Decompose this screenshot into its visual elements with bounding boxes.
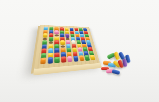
peg-top: [60, 31, 63, 32]
peg-top: [50, 27, 53, 28]
peg-top: [49, 44, 53, 46]
peg-top: [61, 52, 65, 54]
cell-r9c2: [47, 57, 54, 62]
peg-top: [44, 33, 48, 34]
peg-top: [79, 56, 83, 58]
peg-top: [70, 28, 73, 29]
peg-top: [87, 40, 90, 41]
peg-top: [77, 44, 80, 45]
peg-top: [70, 31, 73, 32]
peg-top: [42, 49, 46, 51]
peg-top: [90, 55, 94, 57]
peg-top: [44, 30, 48, 31]
peg-top: [85, 55, 89, 57]
board-left-edge: [30, 26, 39, 74]
peg-top: [77, 40, 80, 41]
peg-top: [65, 31, 68, 32]
peg-top: [85, 34, 88, 35]
peg-top: [44, 27, 47, 28]
peg-top: [55, 57, 59, 59]
peg-top: [49, 48, 53, 50]
peg-top: [42, 53, 46, 55]
peg-top: [73, 52, 77, 54]
peg-top: [61, 34, 64, 35]
peg-top: [61, 37, 64, 38]
peg-top: [55, 41, 59, 42]
peg-top: [76, 34, 79, 35]
board-front-edge: [33, 63, 102, 75]
peg-top: [41, 58, 45, 60]
peg-top: [55, 30, 58, 31]
peg-top: [65, 28, 68, 29]
peg-top: [66, 34, 69, 35]
peg-top: [49, 34, 52, 35]
peg-top: [43, 44, 47, 46]
peg-top: [67, 44, 70, 46]
cell-r9c9: [89, 55, 95, 60]
peg-top: [82, 40, 85, 41]
peg-top: [72, 44, 75, 45]
peg-top: [84, 28, 87, 29]
peg-top: [49, 37, 53, 38]
peg-top: [81, 37, 84, 38]
peg-top: [80, 34, 83, 35]
peg-top: [55, 27, 58, 28]
peg-top: [89, 51, 92, 53]
peg-top: [50, 30, 53, 31]
peg-top: [87, 44, 90, 45]
peg-top: [55, 48, 59, 50]
peg-top: [72, 40, 75, 41]
peg-top: [67, 52, 71, 54]
peg-board: [34, 25, 100, 69]
peg-top: [88, 47, 91, 49]
peg-top: [83, 47, 86, 49]
peg-top: [68, 56, 72, 58]
peg-top: [80, 31, 83, 32]
peg-top: [55, 44, 59, 46]
peg-top: [55, 37, 58, 38]
peg-top: [84, 51, 88, 53]
peg-top: [62, 57, 66, 59]
peg-top: [67, 48, 71, 50]
orange-peg-r9c1[interactable]: [40, 57, 46, 64]
peg-top: [71, 34, 74, 35]
yellow-peg-r9c9[interactable]: [90, 55, 95, 61]
peg-top: [74, 56, 78, 58]
peg-top: [82, 44, 85, 45]
peg-top: [61, 40, 64, 41]
peg-top: [43, 41, 47, 42]
peg-top: [55, 52, 59, 54]
blue-peg-r9c2[interactable]: [48, 57, 54, 64]
peg-top: [49, 53, 53, 55]
peg-top: [66, 40, 69, 41]
peg-top: [79, 28, 82, 29]
peg-top: [60, 28, 63, 29]
peg-top: [86, 37, 89, 38]
peg-top: [73, 48, 77, 50]
peg-top: [76, 37, 79, 38]
green-peg-r9c3[interactable]: [55, 57, 60, 64]
peg-top: [79, 51, 83, 53]
peg-top: [71, 37, 74, 38]
peg-top: [75, 31, 78, 32]
peg-top: [48, 57, 52, 59]
product-photo-stage: [0, 0, 159, 102]
red-peg-r9c4[interactable]: [61, 56, 66, 62]
peg-top: [61, 48, 65, 50]
peg-top: [75, 28, 78, 29]
peg-top: [84, 31, 87, 32]
loose-blue-peg-12[interactable]: [111, 69, 120, 75]
peg-top: [78, 48, 81, 50]
